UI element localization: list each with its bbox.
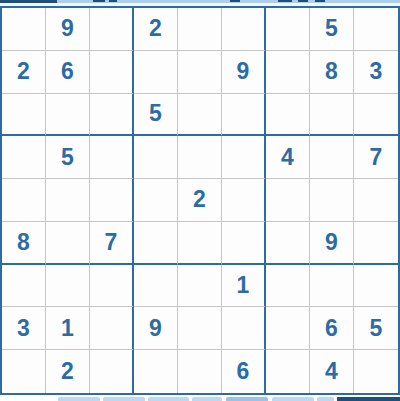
cell-r5c6[interactable] [222, 179, 266, 222]
cell-r2c5[interactable] [178, 51, 222, 94]
cell-r6c8[interactable]: 9 [310, 222, 354, 265]
given-digit: 2 [149, 17, 162, 40]
cell-r8c2[interactable]: 1 [46, 307, 90, 350]
cell-r5c3[interactable] [90, 179, 134, 222]
given-digit: 1 [61, 317, 74, 340]
given-digit: 9 [237, 60, 250, 83]
cell-r1c3[interactable] [90, 8, 134, 51]
sudoku-board: 9252698355472879131965264 [0, 6, 400, 395]
given-digit: 2 [17, 60, 30, 83]
cell-r4c3[interactable] [90, 136, 134, 179]
cell-r8c8[interactable]: 6 [310, 307, 354, 350]
given-digit: 5 [325, 17, 338, 40]
cell-r8c4[interactable]: 9 [134, 307, 178, 350]
cell-r4c5[interactable] [178, 136, 222, 179]
cell-r2c6[interactable]: 9 [222, 51, 266, 94]
cell-r9c8[interactable]: 4 [310, 350, 354, 393]
cell-r2c4[interactable] [134, 51, 178, 94]
cell-r6c4[interactable] [134, 222, 178, 265]
cell-r4c2[interactable]: 5 [46, 136, 90, 179]
cell-r6c5[interactable] [178, 222, 222, 265]
top-toolbar-mark [109, 0, 117, 2]
cell-r1c6[interactable] [222, 8, 266, 51]
cell-r6c9[interactable] [354, 222, 398, 265]
cell-r2c1[interactable]: 2 [2, 51, 46, 94]
keypad-button-top [58, 397, 100, 401]
cell-r3c2[interactable] [46, 94, 90, 137]
cell-r9c6[interactable]: 6 [222, 350, 266, 393]
cell-r4c9[interactable]: 7 [354, 136, 398, 179]
cell-r1c7[interactable] [266, 8, 310, 51]
top-toolbar-mark [278, 0, 292, 2]
cell-r5c1[interactable] [2, 179, 46, 222]
keypad-button-top [317, 397, 334, 401]
cell-r3c5[interactable] [178, 94, 222, 137]
keypad-button-top-selected [337, 397, 400, 401]
top-toolbar-light-bar [0, 0, 400, 3]
given-digit: 5 [149, 102, 162, 125]
cell-r2c8[interactable]: 8 [310, 51, 354, 94]
cell-r8c3[interactable] [90, 307, 134, 350]
given-digit: 5 [61, 146, 74, 169]
given-digit: 6 [237, 360, 250, 383]
given-digit: 2 [61, 360, 74, 383]
cell-r7c3[interactable] [90, 265, 134, 308]
top-toolbar-mark [315, 0, 325, 2]
cell-r6c2[interactable] [46, 222, 90, 265]
cell-r1c8[interactable]: 5 [310, 8, 354, 51]
cell-r3c4[interactable]: 5 [134, 94, 178, 137]
cell-r8c7[interactable] [266, 307, 310, 350]
cell-r5c7[interactable] [266, 179, 310, 222]
given-digit: 8 [17, 231, 30, 254]
cell-r1c5[interactable] [178, 8, 222, 51]
cell-r2c7[interactable] [266, 51, 310, 94]
cell-r3c3[interactable] [90, 94, 134, 137]
cell-r9c1[interactable] [2, 350, 46, 393]
given-digit: 9 [149, 317, 162, 340]
cell-r3c7[interactable] [266, 94, 310, 137]
given-digit: 4 [281, 146, 294, 169]
given-digit: 9 [61, 17, 74, 40]
bottom-keypad-sliver [0, 395, 400, 401]
given-digit: 4 [325, 360, 338, 383]
cell-r7c5[interactable] [178, 265, 222, 308]
cell-r9c3[interactable] [90, 350, 134, 393]
given-digit: 3 [17, 317, 30, 340]
cell-r8c6[interactable] [222, 307, 266, 350]
top-toolbar-mark [93, 0, 105, 2]
given-digit: 6 [325, 317, 338, 340]
cell-r1c2[interactable]: 9 [46, 8, 90, 51]
keypad-button-top [148, 397, 189, 401]
cell-r6c1[interactable]: 8 [2, 222, 46, 265]
cell-r2c9[interactable]: 3 [354, 51, 398, 94]
cell-r7c2[interactable] [46, 265, 90, 308]
cell-r3c1[interactable] [2, 94, 46, 137]
cell-r9c5[interactable] [178, 350, 222, 393]
top-toolbar-mark [230, 0, 240, 2]
keypad-button-top [192, 397, 222, 401]
given-digit: 2 [193, 188, 206, 211]
cell-r5c4[interactable] [134, 179, 178, 222]
cell-r7c1[interactable] [2, 265, 46, 308]
cell-r1c4[interactable]: 2 [134, 8, 178, 51]
cell-r9c2[interactable]: 2 [46, 350, 90, 393]
cell-r5c2[interactable] [46, 179, 90, 222]
cell-r5c9[interactable] [354, 179, 398, 222]
cell-r9c9[interactable] [354, 350, 398, 393]
cell-r4c6[interactable] [222, 136, 266, 179]
cell-r9c4[interactable] [134, 350, 178, 393]
cell-r8c5[interactable] [178, 307, 222, 350]
given-digit: 1 [237, 274, 250, 297]
cell-r7c6[interactable]: 1 [222, 265, 266, 308]
cell-r5c5[interactable]: 2 [178, 179, 222, 222]
keypad-button-top [226, 397, 268, 401]
given-digit: 8 [325, 60, 338, 83]
cell-r2c2[interactable]: 6 [46, 51, 90, 94]
cell-r7c7[interactable] [266, 265, 310, 308]
cell-r7c8[interactable] [310, 265, 354, 308]
cell-r7c4[interactable] [134, 265, 178, 308]
given-digit: 7 [370, 146, 383, 169]
top-toolbar-dark-segment [0, 0, 57, 3]
cell-r5c8[interactable] [310, 179, 354, 222]
keypad-button-top [103, 397, 145, 401]
cell-r1c9[interactable] [354, 8, 398, 51]
cell-r4c1[interactable] [2, 136, 46, 179]
top-toolbar-mark [298, 0, 308, 2]
cell-r4c4[interactable] [134, 136, 178, 179]
given-digit: 9 [325, 231, 338, 254]
cell-r2c3[interactable] [90, 51, 134, 94]
keypad-button-top [272, 397, 314, 401]
given-digit: 6 [61, 60, 74, 83]
given-digit: 7 [105, 231, 118, 254]
cell-r8c9[interactable]: 5 [354, 307, 398, 350]
given-digit: 3 [370, 60, 383, 83]
cell-r6c6[interactable] [222, 222, 266, 265]
cell-r8c1[interactable]: 3 [2, 307, 46, 350]
cell-r3c9[interactable] [354, 94, 398, 137]
given-digit: 5 [370, 317, 383, 340]
cell-r6c7[interactable] [266, 222, 310, 265]
cell-r4c8[interactable] [310, 136, 354, 179]
cell-r6c3[interactable]: 7 [90, 222, 134, 265]
cell-r3c6[interactable] [222, 94, 266, 137]
cell-r7c9[interactable] [354, 265, 398, 308]
cell-r3c8[interactable] [310, 94, 354, 137]
cell-r4c7[interactable]: 4 [266, 136, 310, 179]
cell-r1c1[interactable] [2, 8, 46, 51]
cell-r9c7[interactable] [266, 350, 310, 393]
